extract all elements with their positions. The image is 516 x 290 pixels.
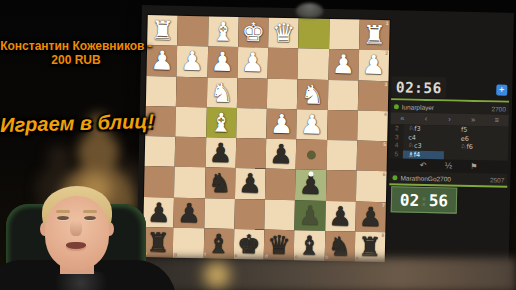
nose	[70, 220, 82, 236]
square-b1[interactable]	[329, 19, 360, 50]
square-c3[interactable]: ♞	[297, 79, 328, 110]
square-a5[interactable]: 5	[356, 141, 387, 172]
square-c6[interactable]: ♟	[295, 170, 326, 201]
square-d3[interactable]	[267, 78, 298, 109]
square-d7[interactable]	[264, 199, 295, 230]
nav-prev-button[interactable]: ‹	[414, 113, 438, 125]
move-number: 4	[390, 141, 403, 150]
square-b5[interactable]	[326, 140, 357, 171]
square-f4[interactable]: ♝	[206, 107, 237, 138]
square-g1[interactable]	[177, 16, 208, 47]
square-a7[interactable]: ♟7	[355, 201, 386, 232]
square-e6[interactable]: ♟	[235, 168, 266, 199]
move-number: 3	[390, 133, 403, 142]
square-h5[interactable]	[145, 136, 176, 167]
legal-move-dot	[307, 150, 316, 159]
square-d5[interactable]: ♟	[266, 139, 297, 170]
square-b8[interactable]: ♞b	[324, 231, 355, 262]
black-pawn: ♟	[205, 137, 236, 168]
white-knight: ♞	[206, 77, 237, 108]
webcam-overlay	[0, 180, 180, 290]
rank-label: 1	[386, 21, 389, 26]
player-rating-bottom: 2507	[490, 176, 505, 183]
white-pawn: ♟	[296, 109, 327, 140]
square-e8[interactable]: ♚e	[233, 229, 264, 260]
rank-label: 8	[381, 233, 384, 238]
square-c8[interactable]: ♝c	[294, 230, 325, 261]
eyebrow	[83, 210, 97, 213]
donation-text: Константин Кожевников - 200 RUB	[0, 40, 152, 67]
square-f5[interactable]: ♟	[205, 137, 236, 168]
nav-last-button[interactable]: »	[461, 114, 485, 126]
square-g2[interactable]: ♟	[177, 46, 208, 77]
black-pawn: ♟	[325, 200, 356, 231]
square-f8[interactable]: ♝f	[203, 228, 234, 259]
square-g3[interactable]	[176, 76, 207, 107]
desk-blur-corner	[424, 228, 516, 290]
white-pawn: ♟	[177, 46, 208, 77]
draw-offer-button[interactable]: ½	[444, 159, 452, 172]
rank-label: 2	[385, 51, 388, 56]
white-bishop: ♝	[208, 16, 239, 47]
black-bishop: ♝	[203, 228, 234, 259]
mouth	[66, 242, 86, 249]
square-e4[interactable]	[236, 108, 267, 139]
eye	[84, 216, 96, 220]
square-b4[interactable]	[327, 110, 358, 141]
move-list: 2 ♘f3 f5 3 c4 e6 4 ♘c3 ♘f6 5 ♗f4	[390, 124, 509, 160]
black-queen: ♛	[264, 229, 295, 260]
clock-colon: :	[419, 190, 429, 209]
square-d6[interactable]	[265, 169, 296, 200]
black-knight: ♞	[204, 168, 235, 199]
takeback-button[interactable]: ↶	[420, 159, 427, 172]
online-dot	[392, 175, 397, 180]
square-a6[interactable]: 6	[356, 171, 387, 202]
black-bishop: ♝	[294, 230, 325, 261]
top-clock: 02:56	[391, 76, 446, 98]
white-pawn: ♟	[207, 47, 238, 78]
white-pawn: ♟	[266, 108, 297, 139]
bokeh-light	[204, 262, 230, 288]
drag-cursor-dot	[309, 172, 314, 177]
file-label: f	[204, 252, 206, 257]
square-d2[interactable]	[267, 48, 298, 79]
square-g4[interactable]	[175, 106, 206, 137]
white-bishop: ♝	[206, 107, 237, 138]
white-knight: ♞	[297, 79, 328, 110]
square-h3[interactable]	[146, 76, 177, 107]
square-d8[interactable]: ♛d	[264, 229, 295, 260]
clock-seconds: 56	[429, 191, 449, 210]
eye	[57, 216, 69, 220]
white-king: ♚	[238, 17, 269, 48]
player-rating-top: 2700	[491, 105, 506, 112]
square-e3[interactable]	[237, 78, 268, 109]
square-d1[interactable]: ♛	[268, 18, 299, 49]
square-f2[interactable]: ♟	[207, 47, 238, 78]
eyebrow	[56, 210, 70, 213]
player-name-top[interactable]: lunarplayer	[402, 103, 492, 112]
white-queen: ♛	[268, 18, 299, 49]
stream-caption: Играем в блиц!	[0, 110, 154, 137]
square-e2[interactable]: ♟	[237, 47, 268, 78]
rank-label: 4	[384, 112, 387, 117]
square-g5[interactable]	[175, 137, 206, 168]
white-pawn: ♟	[328, 49, 359, 80]
square-c5[interactable]	[296, 139, 327, 170]
square-c1[interactable]	[298, 18, 329, 49]
square-a2[interactable]: ♟2	[358, 50, 389, 81]
black-pawn: ♟	[266, 139, 297, 170]
square-f1[interactable]: ♝	[208, 16, 239, 47]
add-time-button[interactable]: +	[496, 84, 507, 95]
donation-line2: 200 RUB	[0, 54, 152, 68]
online-dot	[394, 104, 399, 109]
ghost-black-pawn: ♟	[295, 200, 326, 231]
square-b3[interactable]	[327, 79, 358, 110]
nav-first-button[interactable]: «	[391, 112, 415, 124]
square-e1[interactable]: ♚	[238, 17, 269, 48]
square-a1[interactable]: ♜1	[359, 20, 390, 51]
square-d4[interactable]: ♟	[266, 108, 297, 139]
square-c7[interactable]: ♟	[295, 200, 326, 231]
menu-icon[interactable]: ≡	[485, 114, 509, 126]
black-king: ♚	[233, 229, 264, 260]
square-a3[interactable]: 3	[358, 80, 389, 111]
donation-line1: Константин Кожевников -	[0, 40, 152, 54]
square-f3[interactable]: ♞	[206, 77, 237, 108]
square-f6[interactable]: ♞	[204, 168, 235, 199]
square-c4[interactable]: ♟	[296, 109, 327, 140]
blurred-piece-top	[296, 3, 323, 18]
bottom-clock-active: 02 : 56	[391, 186, 458, 213]
square-b7[interactable]: ♟	[325, 200, 356, 231]
move-number: 5	[390, 150, 403, 159]
nav-next-button[interactable]: ›	[438, 113, 462, 125]
resign-button[interactable]: ⚑	[470, 160, 477, 173]
square-e5[interactable]	[235, 138, 266, 169]
black-knight: ♞	[324, 231, 355, 262]
rank-label: 3	[385, 82, 388, 87]
square-b2[interactable]: ♟	[328, 49, 359, 80]
black-pawn: ♟	[295, 170, 326, 201]
rank-label: 7	[382, 203, 385, 208]
square-f7[interactable]	[204, 198, 235, 229]
white-pawn: ♟	[237, 47, 268, 78]
square-b6[interactable]	[325, 170, 356, 201]
move-number: 2	[390, 124, 403, 133]
rank-label: 5	[383, 142, 386, 147]
clock-minutes: 02	[400, 190, 420, 209]
player-name-bottom[interactable]: MarathonGo2700	[400, 174, 490, 183]
rank-label: 6	[383, 172, 386, 177]
square-c2[interactable]	[298, 49, 329, 80]
square-a4[interactable]: 4	[357, 110, 388, 141]
black-pawn: ♟	[235, 168, 266, 199]
square-e7[interactable]	[234, 198, 265, 229]
